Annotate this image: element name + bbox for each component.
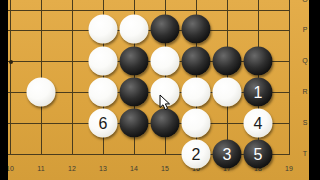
stone-white-16T[interactable]: 2: [182, 140, 211, 169]
coord-label-col-19: 19: [285, 165, 293, 173]
go-board[interactable]: OPQRST10111213141516171819164235: [0, 0, 320, 180]
stone-white-11R[interactable]: [27, 78, 56, 107]
mouse-cursor: [159, 94, 171, 112]
grid-line-col-12: [72, 0, 73, 155]
stone-black-18Q[interactable]: [244, 47, 273, 76]
stone-black-14R[interactable]: [120, 78, 149, 107]
move-number-label: 4: [254, 115, 263, 131]
grid-line-col-19: [289, 0, 290, 155]
stone-white-16R[interactable]: [182, 78, 211, 107]
stone-black-15P[interactable]: [151, 15, 180, 44]
move-number-label: 1: [254, 84, 263, 100]
stone-black-18T[interactable]: 5: [244, 140, 273, 169]
video-frame: OPQRST10111213141516171819164235: [0, 0, 320, 180]
move-number-label: 2: [192, 146, 201, 162]
coord-label-row-O: O: [302, 0, 307, 4]
stone-white-16S[interactable]: [182, 109, 211, 138]
coord-label-row-S: S: [303, 119, 308, 127]
star-point-10Q: [9, 60, 13, 64]
letterbox-left-bar: [0, 0, 8, 180]
stone-white-13Q[interactable]: [89, 47, 118, 76]
move-number-label: 6: [99, 115, 108, 131]
coord-label-col-15: 15: [161, 165, 169, 173]
stone-white-17R[interactable]: [213, 78, 242, 107]
move-number-label: 3: [223, 146, 232, 162]
stone-black-18R[interactable]: 1: [244, 78, 273, 107]
coord-label-col-12: 12: [68, 165, 76, 173]
move-number-label: 5: [254, 146, 263, 162]
coord-label-row-T: T: [303, 150, 307, 158]
coord-label-col-14: 14: [130, 165, 138, 173]
coord-label-row-Q: Q: [302, 57, 307, 65]
stone-white-13R[interactable]: [89, 78, 118, 107]
coord-label-row-R: R: [302, 88, 307, 96]
stone-white-18S[interactable]: 4: [244, 109, 273, 138]
stone-white-14P[interactable]: [120, 15, 149, 44]
stone-white-13S[interactable]: 6: [89, 109, 118, 138]
coord-label-col-13: 13: [99, 165, 107, 173]
stone-black-17T[interactable]: 3: [213, 140, 242, 169]
grid-line-row-O: [0, 10, 290, 11]
stone-black-14S[interactable]: [120, 109, 149, 138]
stone-black-17Q[interactable]: [213, 47, 242, 76]
stone-black-14Q[interactable]: [120, 47, 149, 76]
grid-line-col-10: [10, 0, 11, 155]
stone-black-15S[interactable]: [151, 109, 180, 138]
stone-black-16Q[interactable]: [182, 47, 211, 76]
letterbox-right-bar: [309, 0, 320, 180]
coord-label-row-P: P: [303, 26, 308, 34]
stone-white-15Q[interactable]: [151, 47, 180, 76]
stone-white-13P[interactable]: [89, 15, 118, 44]
coord-label-col-11: 11: [37, 165, 44, 173]
stone-black-16P[interactable]: [182, 15, 211, 44]
